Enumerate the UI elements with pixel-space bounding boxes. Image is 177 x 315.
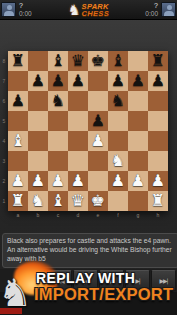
black-pawn: ♟	[128, 71, 148, 91]
black-pawn: ♟	[88, 111, 108, 131]
square-f2[interactable]: ♟	[108, 171, 128, 191]
square-d5[interactable]	[68, 111, 88, 131]
square-e7[interactable]	[88, 71, 108, 91]
white-rook: ♜	[148, 191, 168, 211]
rank-label-7: 7	[0, 71, 8, 91]
black-player-clock: 0:00	[19, 10, 32, 18]
black-bishop: ♝	[108, 51, 128, 71]
square-f7[interactable]: ♟	[108, 71, 128, 91]
black-pawn: ♟	[48, 71, 68, 91]
rank-label-2: 2	[0, 171, 8, 191]
rank-label-5: 5	[0, 111, 8, 131]
square-h1[interactable]: ♜	[148, 191, 168, 211]
file-label-b: b	[28, 211, 48, 220]
square-b5[interactable]	[28, 111, 48, 131]
rank-label-3: 3	[0, 151, 8, 171]
file-label-g: g	[128, 211, 148, 220]
square-c8[interactable]: ♝	[48, 51, 68, 71]
file-label-c: c	[48, 211, 68, 220]
white-pawn: ♟	[8, 171, 28, 191]
black-pawn: ♟	[108, 71, 128, 91]
promo-line2: IMPORT/EXPORT	[34, 285, 173, 304]
square-a7[interactable]	[8, 71, 28, 91]
square-e3[interactable]	[88, 151, 108, 171]
white-pawn: ♟	[108, 171, 128, 191]
square-b3[interactable]	[28, 151, 48, 171]
square-d7[interactable]: ♟	[68, 71, 88, 91]
square-b8[interactable]	[28, 51, 48, 71]
square-h8[interactable]: ♜	[148, 51, 168, 71]
white-queen: ♛	[68, 191, 88, 211]
square-g4[interactable]	[128, 131, 148, 151]
square-a5[interactable]	[8, 111, 28, 131]
rank-labels: 87654321	[0, 51, 8, 211]
square-a6[interactable]: ♟	[8, 91, 28, 111]
square-a8[interactable]: ♜	[8, 51, 28, 71]
white-pawn: ♟	[48, 171, 68, 191]
square-b7[interactable]: ♟	[28, 71, 48, 91]
sparkchess-app: ? 0:00 ♞ SPARK CHESS ? 0:00 87654321 ♜♝♛…	[0, 0, 177, 315]
square-g3[interactable]	[128, 151, 148, 171]
black-player-avatar[interactable]	[1, 2, 16, 17]
square-d1[interactable]: ♛	[68, 191, 88, 211]
white-rook: ♜	[8, 191, 28, 211]
square-h3[interactable]	[148, 151, 168, 171]
replay-import-export-banner[interactable]: ♞ REPLAY WITH IMPORT/EXPORT	[0, 269, 177, 315]
square-a4[interactable]: ♝	[8, 131, 28, 151]
white-bishop: ♝	[48, 191, 68, 211]
white-pawn: ♟	[68, 171, 88, 191]
square-e8[interactable]: ♚	[88, 51, 108, 71]
square-d3[interactable]	[68, 151, 88, 171]
rank-label-4: 4	[0, 131, 8, 151]
white-knight: ♞	[108, 151, 128, 171]
black-queen: ♛	[68, 51, 88, 71]
square-c6[interactable]: ♞	[48, 91, 68, 111]
black-rook: ♜	[8, 51, 28, 71]
square-c2[interactable]: ♟	[48, 171, 68, 191]
rank-label-6: 6	[0, 91, 8, 111]
chess-board: ♜♝♛♚♝♜♟♟♟♟♟♟♟♞♞♟♝♟♞♟♟♟♟♟♟♟♜♞♝♛♚♜	[8, 51, 168, 211]
square-g1[interactable]	[128, 191, 148, 211]
file-labels: abcdefgh	[8, 211, 168, 220]
square-c3[interactable]	[48, 151, 68, 171]
square-f4[interactable]	[108, 131, 128, 151]
square-h6[interactable]	[148, 91, 168, 111]
black-pawn: ♟	[148, 71, 168, 91]
logo-knight-icon: ♞	[68, 1, 81, 19]
file-label-d: d	[68, 211, 88, 220]
square-c1[interactable]: ♝	[48, 191, 68, 211]
square-f3[interactable]: ♞	[108, 151, 128, 171]
black-player-name: ?	[19, 2, 23, 10]
white-bishop: ♝	[8, 131, 28, 151]
square-e4[interactable]: ♟	[88, 131, 108, 151]
square-h4[interactable]	[148, 131, 168, 151]
white-player-avatar[interactable]	[161, 2, 176, 17]
white-knight: ♞	[28, 191, 48, 211]
promo-text: REPLAY WITH IMPORT/EXPORT	[36, 270, 173, 304]
square-a1[interactable]: ♜	[8, 191, 28, 211]
black-pawn: ♟	[28, 71, 48, 91]
square-h5[interactable]	[148, 111, 168, 131]
square-e2[interactable]	[88, 171, 108, 191]
square-g8[interactable]	[128, 51, 148, 71]
white-player-info: ? 0:00	[145, 2, 158, 18]
black-king: ♚	[88, 51, 108, 71]
square-b4[interactable]	[28, 131, 48, 151]
square-h7[interactable]: ♟	[148, 71, 168, 91]
square-c4[interactable]	[48, 131, 68, 151]
square-f8[interactable]: ♝	[108, 51, 128, 71]
file-label-f: f	[108, 211, 128, 220]
black-pawn: ♟	[68, 71, 88, 91]
white-pawn: ♟	[148, 171, 168, 191]
square-g6[interactable]	[128, 91, 148, 111]
rank-label-1: 1	[0, 191, 8, 211]
square-d4[interactable]	[68, 131, 88, 151]
file-label-a: a	[8, 211, 28, 220]
square-h2[interactable]: ♟	[148, 171, 168, 191]
square-e5[interactable]: ♟	[88, 111, 108, 131]
logo-line2: CHESS	[82, 10, 109, 17]
square-d2[interactable]: ♟	[68, 171, 88, 191]
file-label-e: e	[88, 211, 108, 220]
square-f1[interactable]	[108, 191, 128, 211]
black-bishop: ♝	[48, 51, 68, 71]
sparkchess-logo[interactable]: ♞ SPARK CHESS	[68, 1, 109, 19]
square-b6[interactable]	[28, 91, 48, 111]
white-pawn: ♟	[88, 131, 108, 151]
logo-text: SPARK CHESS	[82, 3, 109, 17]
square-b1[interactable]: ♞	[28, 191, 48, 211]
black-pawn: ♟	[8, 91, 28, 111]
file-label-h: h	[148, 211, 168, 220]
red-ribbon	[0, 308, 22, 314]
white-player-clock: 0:00	[145, 10, 158, 18]
rank-label-8: 8	[0, 51, 8, 71]
black-rook: ♜	[148, 51, 168, 71]
square-g5[interactable]	[128, 111, 148, 131]
square-g2[interactable]: ♟	[128, 171, 148, 191]
square-e1[interactable]: ♚	[88, 191, 108, 211]
square-e6[interactable]	[88, 91, 108, 111]
top-bar: ? 0:00 ♞ SPARK CHESS ? 0:00	[0, 0, 177, 20]
square-a3[interactable]	[8, 151, 28, 171]
black-player-info: ? 0:00	[19, 2, 32, 18]
square-d8[interactable]: ♛	[68, 51, 88, 71]
square-f6[interactable]: ♞	[108, 91, 128, 111]
black-knight: ♞	[48, 91, 68, 111]
black-knight: ♞	[108, 91, 128, 111]
square-f5[interactable]	[108, 111, 128, 131]
square-c5[interactable]	[48, 111, 68, 131]
white-pawn: ♟	[28, 171, 48, 191]
square-c7[interactable]: ♟	[48, 71, 68, 91]
white-king: ♚	[88, 191, 108, 211]
promo-line1: REPLAY WITH	[36, 270, 173, 286]
square-d6[interactable]	[68, 91, 88, 111]
square-b2[interactable]: ♟	[28, 171, 48, 191]
white-pawn: ♟	[128, 171, 148, 191]
square-a2[interactable]: ♟	[8, 171, 28, 191]
square-g7[interactable]: ♟	[128, 71, 148, 91]
white-player-name: ?	[154, 2, 158, 10]
